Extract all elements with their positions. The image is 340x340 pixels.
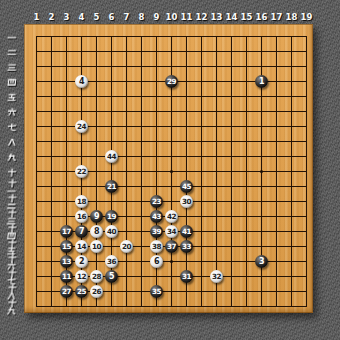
stone-19[interactable]: 19 — [105, 210, 119, 224]
row-label-2 — [7, 47, 18, 56]
col-label-3: 3 — [64, 12, 70, 22]
row-label-12 — [6, 193, 18, 210]
star-point — [170, 260, 174, 264]
row-label-18 — [6, 283, 18, 300]
kanji-numeral-icon — [7, 223, 18, 233]
stone-23[interactable]: 23 — [150, 195, 164, 209]
col-label-6: 6 — [109, 12, 115, 22]
kanji-numeral-icon — [6, 231, 17, 241]
star-point — [170, 170, 174, 174]
kanji-numeral-icon — [6, 201, 17, 211]
move-number: 38 — [152, 243, 161, 250]
stone-26[interactable]: 26 — [90, 285, 104, 299]
stone-20[interactable]: 20 — [120, 240, 134, 254]
stone-2[interactable]: 2 — [75, 255, 89, 269]
col-label-5: 5 — [94, 12, 100, 22]
move-number: 4 — [79, 78, 84, 86]
move-number: 1 — [259, 78, 264, 86]
move-number: 28 — [92, 273, 101, 280]
goban[interactable]: 1234567891011121314151617181920212223242… — [24, 24, 313, 313]
col-label-1: 1 — [34, 12, 40, 22]
kanji-numeral-icon — [7, 77, 18, 87]
stone-35[interactable]: 35 — [150, 285, 164, 299]
move-number: 40 — [107, 228, 116, 235]
stone-12[interactable]: 12 — [75, 270, 89, 284]
move-number: 37 — [167, 243, 176, 250]
col-label-9: 9 — [154, 12, 160, 22]
move-number: 45 — [182, 183, 191, 190]
col-label-2: 2 — [49, 12, 55, 22]
move-number: 22 — [77, 168, 86, 175]
kanji-numeral-icon — [6, 306, 17, 316]
row-label-5 — [7, 92, 18, 101]
move-number: 14 — [77, 243, 86, 250]
move-number: 21 — [107, 183, 116, 190]
move-number: 27 — [62, 288, 71, 295]
move-number: 30 — [182, 198, 191, 205]
move-number: 7 — [79, 228, 84, 236]
col-label-16: 16 — [256, 12, 268, 22]
row-label-7 — [7, 122, 18, 131]
stone-1[interactable]: 1 — [255, 75, 269, 89]
kanji-numeral-icon — [6, 186, 17, 196]
move-number: 41 — [182, 228, 191, 235]
move-number: 23 — [152, 198, 161, 205]
stone-14[interactable]: 14 — [75, 240, 89, 254]
kanji-numeral-icon — [7, 122, 18, 132]
stone-39[interactable]: 39 — [150, 225, 164, 239]
row-label-1 — [7, 32, 18, 41]
col-label-17: 17 — [271, 12, 283, 22]
move-number: 42 — [167, 213, 176, 220]
move-number: 26 — [92, 288, 101, 295]
col-label-15: 15 — [241, 12, 253, 22]
stone-42[interactable]: 42 — [165, 210, 179, 224]
move-number: 6 — [154, 258, 159, 266]
kanji-numeral-icon — [6, 246, 17, 256]
stone-40[interactable]: 40 — [105, 225, 119, 239]
kanji-numeral-icon — [7, 238, 18, 248]
stone-18[interactable]: 18 — [75, 195, 89, 209]
kanji-numeral-icon — [6, 216, 17, 226]
kanji-numeral-icon — [7, 193, 18, 203]
move-number: 20 — [122, 243, 131, 250]
kanji-numeral-icon — [7, 107, 18, 117]
stone-31[interactable]: 31 — [180, 270, 194, 284]
stone-27[interactable]: 27 — [60, 285, 74, 299]
stone-28[interactable]: 28 — [90, 270, 104, 284]
move-number: 32 — [212, 273, 221, 280]
kanji-numeral-icon — [7, 178, 18, 188]
move-number: 33 — [182, 243, 191, 250]
row-label-10 — [7, 167, 18, 176]
col-label-11: 11 — [181, 12, 193, 22]
col-label-14: 14 — [226, 12, 238, 22]
row-label-19 — [6, 298, 18, 315]
move-number: 18 — [77, 198, 86, 205]
move-number: 15 — [62, 243, 71, 250]
kanji-numeral-icon — [7, 137, 18, 147]
kanji-numeral-icon — [6, 276, 17, 286]
move-number: 13 — [62, 258, 71, 265]
kanji-numeral-icon — [7, 62, 18, 72]
col-label-7: 7 — [124, 12, 130, 22]
stone-24[interactable]: 24 — [75, 120, 89, 134]
stone-37[interactable]: 37 — [165, 240, 179, 254]
kanji-numeral-icon — [7, 167, 18, 177]
kanji-numeral-icon — [6, 261, 17, 271]
star-point — [260, 170, 264, 174]
stone-10[interactable]: 10 — [90, 240, 104, 254]
move-number: 9 — [94, 213, 99, 221]
stone-7[interactable]: 7 — [75, 225, 89, 239]
stone-13[interactable]: 13 — [60, 255, 74, 269]
move-number: 36 — [107, 258, 116, 265]
row-label-8 — [7, 137, 18, 146]
stone-15[interactable]: 15 — [60, 240, 74, 254]
kanji-numeral-icon — [6, 291, 17, 301]
stone-34[interactable]: 34 — [165, 225, 179, 239]
move-number: 10 — [92, 243, 101, 250]
stone-30[interactable]: 30 — [180, 195, 194, 209]
col-label-19: 19 — [301, 12, 313, 22]
kanji-numeral-icon — [7, 283, 18, 293]
row-label-6 — [7, 107, 18, 116]
move-number: 17 — [62, 228, 71, 235]
move-number: 2 — [79, 258, 84, 266]
col-label-13: 13 — [211, 12, 223, 22]
col-label-8: 8 — [139, 12, 145, 22]
col-label-12: 12 — [196, 12, 208, 22]
row-label-17 — [6, 268, 18, 285]
row-label-3 — [7, 62, 18, 71]
stone-38[interactable]: 38 — [150, 240, 164, 254]
stone-9[interactable]: 9 — [90, 210, 104, 224]
stone-5[interactable]: 5 — [105, 270, 119, 284]
stone-41[interactable]: 41 — [180, 225, 194, 239]
stone-21[interactable]: 21 — [105, 180, 119, 194]
move-number: 34 — [167, 228, 176, 235]
move-number: 8 — [94, 228, 99, 236]
row-label-15 — [6, 238, 18, 255]
move-number: 5 — [109, 273, 114, 281]
move-number: 25 — [77, 288, 86, 295]
move-number: 19 — [107, 213, 116, 220]
move-number: 39 — [152, 228, 161, 235]
row-label-13 — [6, 208, 18, 225]
move-number: 11 — [62, 273, 71, 280]
move-number: 44 — [107, 153, 116, 160]
row-label-9 — [7, 152, 18, 161]
kanji-numeral-icon — [7, 152, 18, 162]
stone-16[interactable]: 16 — [75, 210, 89, 224]
stone-45[interactable]: 45 — [180, 180, 194, 194]
stone-8[interactable]: 8 — [90, 225, 104, 239]
stone-25[interactable]: 25 — [75, 285, 89, 299]
move-number: 31 — [182, 273, 191, 280]
kanji-numeral-icon — [7, 32, 18, 42]
row-label-11 — [6, 178, 18, 195]
stone-17[interactable]: 17 — [60, 225, 74, 239]
kanji-numeral-icon — [7, 47, 18, 57]
row-label-16 — [6, 253, 18, 270]
col-label-4: 4 — [79, 12, 85, 22]
col-label-18: 18 — [286, 12, 298, 22]
stone-36[interactable]: 36 — [105, 255, 119, 269]
go-diagram: 1234567891011121314151617181920212223242… — [0, 0, 340, 340]
stone-33[interactable]: 33 — [180, 240, 194, 254]
move-number: 35 — [152, 288, 161, 295]
move-number: 12 — [77, 273, 86, 280]
stone-43[interactable]: 43 — [150, 210, 164, 224]
kanji-numeral-icon — [7, 208, 18, 218]
stone-4[interactable]: 4 — [75, 75, 89, 89]
move-number: 29 — [167, 78, 176, 85]
board-grid[interactable]: 1234567891011121314151617181920212223242… — [29, 29, 314, 314]
col-label-10: 10 — [166, 12, 178, 22]
stone-44[interactable]: 44 — [105, 150, 119, 164]
stone-11[interactable]: 11 — [60, 270, 74, 284]
stone-32[interactable]: 32 — [210, 270, 224, 284]
kanji-numeral-icon — [7, 253, 18, 263]
kanji-numeral-icon — [7, 268, 18, 278]
move-number: 43 — [152, 213, 161, 220]
stone-3[interactable]: 3 — [255, 255, 269, 269]
row-label-14 — [6, 223, 18, 240]
stone-22[interactable]: 22 — [75, 165, 89, 179]
kanji-numeral-icon — [7, 298, 18, 308]
move-number: 24 — [77, 123, 86, 130]
row-label-4 — [7, 77, 18, 86]
stone-29[interactable]: 29 — [165, 75, 179, 89]
move-number: 16 — [77, 213, 86, 220]
kanji-numeral-icon — [7, 92, 18, 102]
move-number: 3 — [259, 258, 264, 266]
stone-6[interactable]: 6 — [150, 255, 164, 269]
